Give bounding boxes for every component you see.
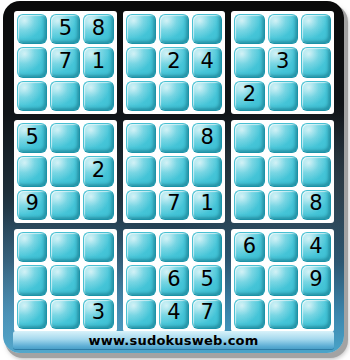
cell-digit: 3	[92, 302, 105, 323]
cell-r9c2[interactable]	[50, 299, 80, 329]
cell-r3c9[interactable]	[301, 81, 331, 111]
cell-r6c7[interactable]	[234, 190, 264, 220]
cell-r4c3[interactable]	[83, 123, 113, 153]
box-4: 529	[14, 120, 117, 223]
cell-digit: 7	[167, 193, 180, 214]
cell-digit: 8	[201, 127, 214, 148]
cell-r6c1[interactable]: 9	[17, 190, 47, 220]
cell-r5c5[interactable]	[159, 156, 189, 186]
box-5: 871	[123, 120, 226, 223]
cell-r1c2[interactable]: 5	[50, 14, 80, 44]
cell-r8c7[interactable]	[234, 265, 264, 295]
cell-r3c2[interactable]	[50, 81, 80, 111]
cell-r5c6[interactable]	[192, 156, 222, 186]
cell-r7c6[interactable]	[192, 232, 222, 262]
cell-r7c1[interactable]	[17, 232, 47, 262]
box-3: 32	[231, 11, 334, 114]
cell-digit: 2	[92, 160, 105, 181]
cell-r5c9[interactable]	[301, 156, 331, 186]
cell-r3c8[interactable]	[268, 81, 298, 111]
cell-r8c9[interactable]: 9	[301, 265, 331, 295]
cell-r3c1[interactable]	[17, 81, 47, 111]
cell-r2c1[interactable]	[17, 47, 47, 77]
cell-r7c7[interactable]: 6	[234, 232, 264, 262]
cell-r3c4[interactable]	[126, 81, 156, 111]
cell-r6c9[interactable]: 8	[301, 190, 331, 220]
cell-digit: 3	[276, 51, 289, 72]
cell-r6c6[interactable]: 1	[192, 190, 222, 220]
cell-digit: 9	[309, 269, 322, 290]
cell-r7c3[interactable]	[83, 232, 113, 262]
cell-r7c4[interactable]	[126, 232, 156, 262]
cell-r4c9[interactable]	[301, 123, 331, 153]
cell-r2c4[interactable]	[126, 47, 156, 77]
cell-r1c1[interactable]	[17, 14, 47, 44]
site-url-bar: www.sudokusweb.com	[13, 331, 334, 350]
cell-r4c4[interactable]	[126, 123, 156, 153]
cell-r5c7[interactable]	[234, 156, 264, 186]
sudoku-screenshot: 58712432529871836547649 www.sudokusweb.c…	[0, 0, 350, 360]
cell-r1c5[interactable]	[159, 14, 189, 44]
cell-r9c7[interactable]	[234, 299, 264, 329]
box-6: 8	[231, 120, 334, 223]
cell-digit: 2	[243, 84, 256, 105]
cell-r7c9[interactable]: 4	[301, 232, 331, 262]
cell-r9c8[interactable]	[268, 299, 298, 329]
cell-r7c2[interactable]	[50, 232, 80, 262]
cell-r1c7[interactable]	[234, 14, 264, 44]
cell-r3c5[interactable]	[159, 81, 189, 111]
cell-r7c5[interactable]	[159, 232, 189, 262]
cell-r8c4[interactable]	[126, 265, 156, 295]
box-7: 3	[14, 229, 117, 332]
cell-r8c8[interactable]	[268, 265, 298, 295]
cell-r2c5[interactable]: 2	[159, 47, 189, 77]
box-1: 5871	[14, 11, 117, 114]
cell-r8c2[interactable]	[50, 265, 80, 295]
cell-r4c6[interactable]: 8	[192, 123, 222, 153]
cell-r1c8[interactable]	[268, 14, 298, 44]
cell-digit: 8	[309, 193, 322, 214]
cell-r2c8[interactable]: 3	[268, 47, 298, 77]
cell-digit: 4	[309, 236, 322, 257]
cell-r2c2[interactable]: 7	[50, 47, 80, 77]
cell-r6c5[interactable]: 7	[159, 190, 189, 220]
site-url: www.sudokusweb.com	[89, 333, 259, 348]
cell-r8c6[interactable]: 5	[192, 265, 222, 295]
cell-digit: 1	[92, 51, 105, 72]
cell-r7c8[interactable]	[268, 232, 298, 262]
cell-r9c9[interactable]	[301, 299, 331, 329]
cell-r6c8[interactable]	[268, 190, 298, 220]
box-8: 6547	[123, 229, 226, 332]
cell-r5c3[interactable]: 2	[83, 156, 113, 186]
cell-digit: 4	[201, 51, 214, 72]
cell-r4c2[interactable]	[50, 123, 80, 153]
cell-r8c5[interactable]: 6	[159, 265, 189, 295]
cell-r5c1[interactable]	[17, 156, 47, 186]
cell-r9c6[interactable]: 7	[192, 299, 222, 329]
box-9: 649	[231, 229, 334, 332]
cell-digit: 9	[25, 193, 38, 214]
cell-r2c9[interactable]	[301, 47, 331, 77]
cell-r6c2[interactable]	[50, 190, 80, 220]
cell-r2c6[interactable]: 4	[192, 47, 222, 77]
cell-r1c4[interactable]	[126, 14, 156, 44]
cell-r4c1[interactable]: 5	[17, 123, 47, 153]
cell-digit: 6	[167, 269, 180, 290]
cell-r9c1[interactable]	[17, 299, 47, 329]
cell-digit: 2	[167, 51, 180, 72]
outer-frame: 58712432529871836547649 www.sudokusweb.c…	[3, 1, 344, 353]
cell-r2c7[interactable]	[234, 47, 264, 77]
cell-r8c1[interactable]	[17, 265, 47, 295]
cell-r9c4[interactable]	[126, 299, 156, 329]
cell-digit: 1	[201, 193, 214, 214]
cell-r5c2[interactable]	[50, 156, 80, 186]
cell-r4c8[interactable]	[268, 123, 298, 153]
cell-r8c3[interactable]	[83, 265, 113, 295]
cell-r6c3[interactable]	[83, 190, 113, 220]
cell-digit: 5	[25, 127, 38, 148]
cell-r5c4[interactable]	[126, 156, 156, 186]
cell-r9c3[interactable]: 3	[83, 299, 113, 329]
cell-r1c3[interactable]: 8	[83, 14, 113, 44]
cell-r9c5[interactable]: 4	[159, 299, 189, 329]
sudoku-board: 58712432529871836547649	[14, 11, 334, 332]
cell-r1c6[interactable]	[192, 14, 222, 44]
cell-r6c4[interactable]	[126, 190, 156, 220]
cell-r2c3[interactable]: 1	[83, 47, 113, 77]
cell-r3c3[interactable]	[83, 81, 113, 111]
cell-digit: 7	[59, 51, 72, 72]
cell-digit: 5	[59, 18, 72, 39]
cell-digit: 6	[243, 236, 256, 257]
box-2: 24	[123, 11, 226, 114]
cell-r3c6[interactable]	[192, 81, 222, 111]
cell-digit: 4	[167, 302, 180, 323]
cell-r5c8[interactable]	[268, 156, 298, 186]
cell-r1c9[interactable]	[301, 14, 331, 44]
cell-digit: 5	[201, 269, 214, 290]
cell-r4c7[interactable]	[234, 123, 264, 153]
cell-digit: 7	[201, 302, 214, 323]
cell-digit: 8	[92, 18, 105, 39]
cell-r3c7[interactable]: 2	[234, 81, 264, 111]
cell-r4c5[interactable]	[159, 123, 189, 153]
